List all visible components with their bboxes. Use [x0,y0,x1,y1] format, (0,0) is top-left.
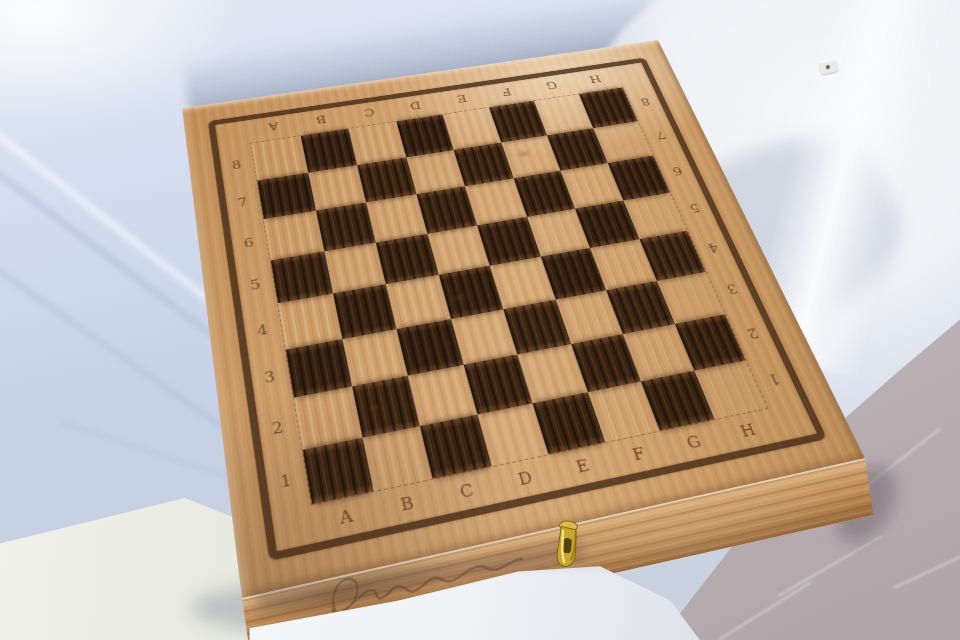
floor-wrinkle [718,581,812,640]
floor-wrinkle [893,553,960,589]
brass-latch [545,516,587,581]
rank-label-left-5: 5 [249,277,261,293]
rank-label-left-7: 7 [237,195,248,209]
file-label-top-c: C [362,106,375,119]
photo-scene: AA88BB77CC66DD55EE44FF33GG22HH11 [0,0,960,640]
rank-label-left-6: 6 [243,235,255,250]
floor-wrinkle [778,535,883,597]
file-label-top-a: A [267,120,279,133]
rank-label-left-8: 8 [231,158,242,172]
rank-label-left-4: 4 [256,321,269,338]
clip-tag-dot [826,65,831,70]
